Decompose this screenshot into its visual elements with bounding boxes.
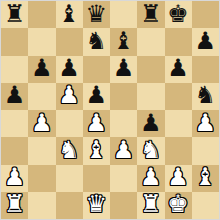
piece-black-pawn[interactable]: ♟: [86, 83, 108, 107]
square-d2[interactable]: [83, 165, 110, 192]
square-f3[interactable]: ♞: [137, 137, 164, 164]
square-e1[interactable]: [110, 192, 137, 219]
square-h2[interactable]: ♝: [192, 165, 219, 192]
piece-white-bishop[interactable]: ♝: [195, 165, 217, 189]
square-f6[interactable]: [137, 56, 164, 83]
square-h7[interactable]: ♟: [192, 28, 219, 55]
piece-white-queen[interactable]: ♛: [86, 192, 108, 216]
square-a6[interactable]: [1, 56, 28, 83]
piece-black-pawn[interactable]: ♟: [195, 29, 217, 53]
board-frame: ♜♝♛♜♚♞♝♟♟♟♟♟♟♟♟♞♟♟♟♟♞♝♟♞♟♟♟♝♜♛♜♚: [0, 0, 220, 220]
piece-black-queen[interactable]: ♛: [86, 2, 108, 26]
square-a8[interactable]: ♜: [1, 1, 28, 28]
square-g1[interactable]: ♚: [165, 192, 192, 219]
square-e8[interactable]: [110, 1, 137, 28]
square-a5[interactable]: ♟: [1, 83, 28, 110]
square-d7[interactable]: ♞: [83, 28, 110, 55]
square-f1[interactable]: ♜: [137, 192, 164, 219]
square-f8[interactable]: ♜: [137, 1, 164, 28]
square-b8[interactable]: [28, 1, 55, 28]
square-c8[interactable]: ♝: [56, 1, 83, 28]
piece-black-knight[interactable]: ♞: [195, 83, 217, 107]
square-e7[interactable]: ♝: [110, 28, 137, 55]
square-a1[interactable]: ♜: [1, 192, 28, 219]
piece-white-pawn[interactable]: ♟: [140, 165, 162, 189]
square-g7[interactable]: [165, 28, 192, 55]
piece-black-bishop[interactable]: ♝: [58, 2, 80, 26]
square-h5[interactable]: ♞: [192, 83, 219, 110]
square-c5[interactable]: ♟: [56, 83, 83, 110]
piece-black-knight[interactable]: ♞: [86, 29, 108, 53]
square-e3[interactable]: ♟: [110, 137, 137, 164]
square-h1[interactable]: [192, 192, 219, 219]
square-a7[interactable]: [1, 28, 28, 55]
piece-black-pawn[interactable]: ♟: [140, 111, 162, 135]
piece-black-pawn[interactable]: ♟: [113, 56, 135, 80]
square-c6[interactable]: ♟: [56, 56, 83, 83]
square-b3[interactable]: [28, 137, 55, 164]
square-b7[interactable]: [28, 28, 55, 55]
square-g8[interactable]: ♚: [165, 1, 192, 28]
square-a4[interactable]: [1, 110, 28, 137]
square-g2[interactable]: ♟: [165, 165, 192, 192]
square-h3[interactable]: [192, 137, 219, 164]
piece-white-pawn[interactable]: ♟: [31, 111, 53, 135]
piece-white-pawn[interactable]: ♟: [167, 165, 189, 189]
square-c1[interactable]: [56, 192, 83, 219]
piece-white-pawn[interactable]: ♟: [113, 138, 135, 162]
piece-white-rook[interactable]: ♜: [140, 192, 162, 216]
piece-white-knight[interactable]: ♞: [58, 138, 80, 162]
square-e4[interactable]: [110, 110, 137, 137]
square-d1[interactable]: ♛: [83, 192, 110, 219]
square-e2[interactable]: [110, 165, 137, 192]
square-d8[interactable]: ♛: [83, 1, 110, 28]
square-d6[interactable]: [83, 56, 110, 83]
square-g3[interactable]: [165, 137, 192, 164]
piece-white-bishop[interactable]: ♝: [86, 138, 108, 162]
piece-black-pawn[interactable]: ♟: [4, 83, 26, 107]
square-c4[interactable]: [56, 110, 83, 137]
piece-white-pawn[interactable]: ♟: [86, 111, 108, 135]
square-g6[interactable]: ♟: [165, 56, 192, 83]
square-h6[interactable]: [192, 56, 219, 83]
chess-board: ♜♝♛♜♚♞♝♟♟♟♟♟♟♟♟♞♟♟♟♟♞♝♟♞♟♟♟♝♜♛♜♚: [0, 0, 220, 220]
square-a3[interactable]: [1, 137, 28, 164]
piece-black-rook[interactable]: ♜: [4, 2, 26, 26]
square-b4[interactable]: ♟: [28, 110, 55, 137]
square-h8[interactable]: [192, 1, 219, 28]
square-f7[interactable]: [137, 28, 164, 55]
piece-black-bishop[interactable]: ♝: [113, 29, 135, 53]
piece-white-knight[interactable]: ♞: [140, 138, 162, 162]
square-b2[interactable]: [28, 165, 55, 192]
square-c3[interactable]: ♞: [56, 137, 83, 164]
square-b1[interactable]: [28, 192, 55, 219]
square-d3[interactable]: ♝: [83, 137, 110, 164]
piece-white-pawn[interactable]: ♟: [195, 111, 217, 135]
piece-black-pawn[interactable]: ♟: [31, 56, 53, 80]
square-e6[interactable]: ♟: [110, 56, 137, 83]
square-e5[interactable]: [110, 83, 137, 110]
square-f4[interactable]: ♟: [137, 110, 164, 137]
square-b5[interactable]: [28, 83, 55, 110]
square-a2[interactable]: ♟: [1, 165, 28, 192]
piece-white-king[interactable]: ♚: [167, 192, 189, 216]
square-d4[interactable]: ♟: [83, 110, 110, 137]
piece-white-rook[interactable]: ♜: [4, 192, 26, 216]
square-g5[interactable]: [165, 83, 192, 110]
piece-black-pawn[interactable]: ♟: [167, 56, 189, 80]
square-h4[interactable]: ♟: [192, 110, 219, 137]
square-f5[interactable]: [137, 83, 164, 110]
piece-white-pawn[interactable]: ♟: [58, 83, 80, 107]
square-c2[interactable]: [56, 165, 83, 192]
square-c7[interactable]: [56, 28, 83, 55]
square-g4[interactable]: [165, 110, 192, 137]
piece-black-king[interactable]: ♚: [167, 2, 189, 26]
square-d5[interactable]: ♟: [83, 83, 110, 110]
square-b6[interactable]: ♟: [28, 56, 55, 83]
piece-black-pawn[interactable]: ♟: [58, 56, 80, 80]
square-f2[interactable]: ♟: [137, 165, 164, 192]
piece-white-pawn[interactable]: ♟: [4, 165, 26, 189]
piece-black-rook[interactable]: ♜: [140, 2, 162, 26]
